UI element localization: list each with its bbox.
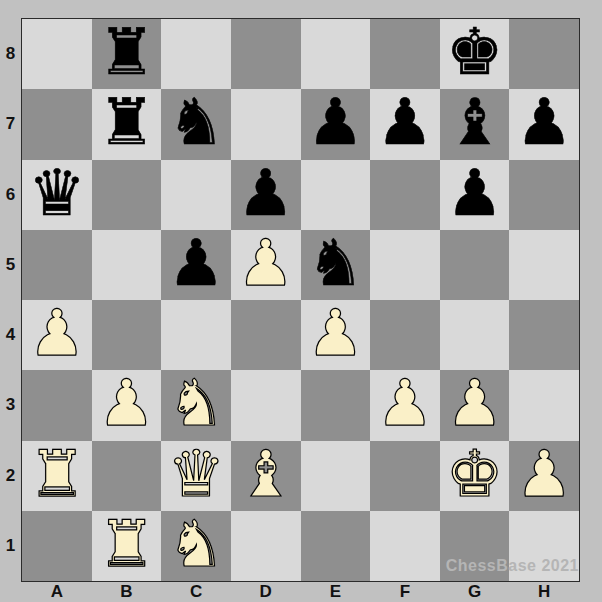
piece-white-queen[interactable]: ♛ <box>167 442 224 506</box>
square-d2[interactable]: ♝ <box>231 441 301 511</box>
square-e3[interactable] <box>301 370 371 440</box>
square-c2[interactable]: ♛ <box>161 441 231 511</box>
piece-black-pawn[interactable]: ♟ <box>376 90 433 154</box>
square-e5[interactable]: ♞ <box>301 230 371 300</box>
piece-white-bishop[interactable]: ♝ <box>237 442 294 506</box>
square-c8[interactable] <box>161 19 231 89</box>
rank-label-2: 2 <box>0 441 21 511</box>
square-b8[interactable]: ♜ <box>92 19 162 89</box>
square-b7[interactable]: ♜ <box>92 89 162 159</box>
square-h4[interactable] <box>509 300 579 370</box>
square-h5[interactable] <box>509 230 579 300</box>
square-e1[interactable] <box>301 511 371 581</box>
rank-label-3: 3 <box>0 370 21 440</box>
square-b1[interactable]: ♜ <box>92 511 162 581</box>
square-f1[interactable] <box>370 511 440 581</box>
square-c3[interactable]: ♞ <box>161 370 231 440</box>
square-b2[interactable] <box>92 441 162 511</box>
square-f3[interactable]: ♟ <box>370 370 440 440</box>
piece-black-rook[interactable]: ♜ <box>98 20 155 84</box>
piece-black-pawn[interactable]: ♟ <box>307 90 364 154</box>
piece-black-pawn[interactable]: ♟ <box>167 231 224 295</box>
square-c5[interactable]: ♟ <box>161 230 231 300</box>
piece-white-rook[interactable]: ♜ <box>28 442 85 506</box>
square-f7[interactable]: ♟ <box>370 89 440 159</box>
piece-white-knight[interactable]: ♞ <box>167 371 224 435</box>
rank-label-8: 8 <box>0 19 21 89</box>
chess-board: ♜♚♜♞♟♟♝♟♛♟♟♟♟♞♟♟♟♞♟♟♜♛♝♚♟♜♞ <box>21 18 580 582</box>
square-a7[interactable] <box>22 89 92 159</box>
piece-white-pawn[interactable]: ♟ <box>307 301 364 365</box>
square-g1[interactable] <box>440 511 510 581</box>
square-g3[interactable]: ♟ <box>440 370 510 440</box>
square-h7[interactable]: ♟ <box>509 89 579 159</box>
rank-label-1: 1 <box>0 511 21 581</box>
square-f4[interactable] <box>370 300 440 370</box>
square-b3[interactable]: ♟ <box>92 370 162 440</box>
piece-white-pawn[interactable]: ♟ <box>376 371 433 435</box>
square-d6[interactable]: ♟ <box>231 160 301 230</box>
square-h2[interactable]: ♟ <box>509 441 579 511</box>
square-h8[interactable] <box>509 19 579 89</box>
square-b5[interactable] <box>92 230 162 300</box>
square-f6[interactable] <box>370 160 440 230</box>
piece-white-pawn[interactable]: ♟ <box>237 231 294 295</box>
file-label-g: G <box>440 581 510 602</box>
square-a4[interactable]: ♟ <box>22 300 92 370</box>
square-c4[interactable] <box>161 300 231 370</box>
file-label-h: H <box>509 581 579 602</box>
square-a2[interactable]: ♜ <box>22 441 92 511</box>
file-label-a: A <box>22 581 92 602</box>
square-a1[interactable] <box>22 511 92 581</box>
piece-black-knight[interactable]: ♞ <box>307 231 364 295</box>
piece-white-king[interactable]: ♚ <box>446 442 503 506</box>
square-a6[interactable]: ♛ <box>22 160 92 230</box>
square-c6[interactable] <box>161 160 231 230</box>
piece-white-pawn[interactable]: ♟ <box>98 371 155 435</box>
square-d1[interactable] <box>231 511 301 581</box>
square-g5[interactable] <box>440 230 510 300</box>
square-g7[interactable]: ♝ <box>440 89 510 159</box>
square-d5[interactable]: ♟ <box>231 230 301 300</box>
square-a5[interactable] <box>22 230 92 300</box>
square-c7[interactable]: ♞ <box>161 89 231 159</box>
piece-white-pawn[interactable]: ♟ <box>516 442 573 506</box>
piece-white-pawn[interactable]: ♟ <box>446 371 503 435</box>
piece-black-king[interactable]: ♚ <box>446 20 503 84</box>
piece-black-knight[interactable]: ♞ <box>167 90 224 154</box>
square-e2[interactable] <box>301 441 371 511</box>
rank-label-7: 7 <box>0 89 21 159</box>
square-c1[interactable]: ♞ <box>161 511 231 581</box>
square-g4[interactable] <box>440 300 510 370</box>
square-a8[interactable] <box>22 19 92 89</box>
piece-white-pawn[interactable]: ♟ <box>28 301 85 365</box>
square-g2[interactable]: ♚ <box>440 441 510 511</box>
piece-black-queen[interactable]: ♛ <box>28 161 85 225</box>
piece-black-pawn[interactable]: ♟ <box>516 90 573 154</box>
file-labels: ABCDEFGH <box>22 581 579 602</box>
piece-black-pawn[interactable]: ♟ <box>237 161 294 225</box>
square-d8[interactable] <box>231 19 301 89</box>
square-d4[interactable] <box>231 300 301 370</box>
file-label-e: E <box>301 581 371 602</box>
piece-black-bishop[interactable]: ♝ <box>446 90 503 154</box>
file-label-f: F <box>370 581 440 602</box>
rank-label-4: 4 <box>0 300 21 370</box>
square-a3[interactable] <box>22 370 92 440</box>
square-g6[interactable]: ♟ <box>440 160 510 230</box>
rank-labels: 87654321 <box>0 19 21 581</box>
file-label-c: C <box>161 581 231 602</box>
piece-black-rook[interactable]: ♜ <box>98 90 155 154</box>
square-e6[interactable] <box>301 160 371 230</box>
square-e8[interactable] <box>301 19 371 89</box>
piece-white-knight[interactable]: ♞ <box>167 512 224 576</box>
square-h3[interactable] <box>509 370 579 440</box>
square-f8[interactable] <box>370 19 440 89</box>
square-d7[interactable] <box>231 89 301 159</box>
square-g8[interactable]: ♚ <box>440 19 510 89</box>
rank-label-6: 6 <box>0 160 21 230</box>
file-label-d: D <box>231 581 301 602</box>
square-h1[interactable] <box>509 511 579 581</box>
square-f5[interactable] <box>370 230 440 300</box>
piece-black-pawn[interactable]: ♟ <box>446 161 503 225</box>
rank-label-5: 5 <box>0 230 21 300</box>
square-b6[interactable] <box>92 160 162 230</box>
file-label-b: B <box>92 581 162 602</box>
square-f2[interactable] <box>370 441 440 511</box>
square-h6[interactable] <box>509 160 579 230</box>
square-b4[interactable] <box>92 300 162 370</box>
square-e4[interactable]: ♟ <box>301 300 371 370</box>
piece-white-rook[interactable]: ♜ <box>98 512 155 576</box>
square-e7[interactable]: ♟ <box>301 89 371 159</box>
square-d3[interactable] <box>231 370 301 440</box>
